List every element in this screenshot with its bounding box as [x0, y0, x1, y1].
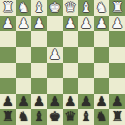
square-d3[interactable] [63, 31, 79, 47]
square-a1[interactable]: ♜ [109, 0, 125, 16]
square-c3[interactable] [78, 31, 94, 47]
white-pawn[interactable]: ♟ [33, 16, 45, 30]
square-c4[interactable] [78, 47, 94, 63]
white-bishop[interactable]: ♝ [33, 1, 45, 15]
square-g7[interactable]: ♟ [16, 94, 32, 110]
square-h6[interactable] [0, 78, 16, 94]
square-a5[interactable] [109, 63, 125, 79]
square-f5[interactable] [31, 63, 47, 79]
square-g8[interactable]: ♞ [16, 109, 32, 125]
white-pawn[interactable]: ♟ [2, 16, 14, 30]
black-pawn[interactable]: ♟ [111, 94, 123, 108]
black-rook[interactable]: ♜ [2, 110, 14, 124]
black-pawn[interactable]: ♟ [2, 94, 14, 108]
square-f3[interactable] [31, 31, 47, 47]
square-c2[interactable]: ♟ [78, 16, 94, 32]
white-pawn[interactable]: ♟ [64, 16, 76, 30]
white-knight[interactable]: ♞ [17, 1, 29, 15]
black-pawn[interactable]: ♟ [49, 94, 61, 108]
black-bishop[interactable]: ♝ [80, 110, 92, 124]
white-king[interactable]: ♚ [49, 1, 61, 15]
black-pawn[interactable]: ♟ [64, 94, 76, 108]
square-g1[interactable]: ♞ [16, 0, 32, 16]
square-e2[interactable] [47, 16, 63, 32]
square-b3[interactable] [94, 31, 110, 47]
white-pawn[interactable]: ♟ [111, 16, 123, 30]
square-c7[interactable]: ♟ [78, 94, 94, 110]
square-h5[interactable] [0, 63, 16, 79]
square-c6[interactable] [78, 78, 94, 94]
square-b4[interactable] [94, 47, 110, 63]
square-d7[interactable]: ♟ [63, 94, 79, 110]
square-c8[interactable]: ♝ [78, 109, 94, 125]
square-a6[interactable] [109, 78, 125, 94]
square-f8[interactable]: ♝ [31, 109, 47, 125]
square-h8[interactable]: ♜ [0, 109, 16, 125]
square-b5[interactable] [94, 63, 110, 79]
square-g5[interactable] [16, 63, 32, 79]
square-b7[interactable]: ♟ [94, 94, 110, 110]
white-pawn[interactable]: ♟ [96, 16, 108, 30]
square-g2[interactable]: ♟ [16, 16, 32, 32]
square-d5[interactable] [63, 63, 79, 79]
square-e4[interactable]: ♟ [47, 47, 63, 63]
square-g4[interactable] [16, 47, 32, 63]
square-f2[interactable]: ♟ [31, 16, 47, 32]
square-a2[interactable]: ♟ [109, 16, 125, 32]
white-rook[interactable]: ♜ [111, 1, 123, 15]
square-a3[interactable] [109, 31, 125, 47]
chess-board: ♜♞♝♚♛♝♞♜♟♟♟♟♟♟♟♟♟♟♟♟♟♟♟♟♜♞♝♚♛♝♞♜ [0, 0, 125, 125]
black-queen[interactable]: ♛ [64, 110, 76, 124]
square-a8[interactable]: ♜ [109, 109, 125, 125]
black-pawn[interactable]: ♟ [80, 94, 92, 108]
square-d6[interactable] [63, 78, 79, 94]
white-knight[interactable]: ♞ [96, 1, 108, 15]
square-b8[interactable]: ♞ [94, 109, 110, 125]
square-c1[interactable]: ♝ [78, 0, 94, 16]
square-f6[interactable] [31, 78, 47, 94]
black-bishop[interactable]: ♝ [33, 110, 45, 124]
square-b1[interactable]: ♞ [94, 0, 110, 16]
square-e8[interactable]: ♚ [47, 109, 63, 125]
square-h3[interactable] [0, 31, 16, 47]
black-pawn[interactable]: ♟ [17, 94, 29, 108]
square-b2[interactable]: ♟ [94, 16, 110, 32]
black-knight[interactable]: ♞ [96, 110, 108, 124]
square-e7[interactable]: ♟ [47, 94, 63, 110]
square-h7[interactable]: ♟ [0, 94, 16, 110]
square-f7[interactable]: ♟ [31, 94, 47, 110]
square-d2[interactable]: ♟ [63, 16, 79, 32]
square-e5[interactable] [47, 63, 63, 79]
white-rook[interactable]: ♜ [2, 1, 14, 15]
square-f1[interactable]: ♝ [31, 0, 47, 16]
square-d8[interactable]: ♛ [63, 109, 79, 125]
square-c5[interactable] [78, 63, 94, 79]
square-d1[interactable]: ♛ [63, 0, 79, 16]
white-queen[interactable]: ♛ [64, 1, 76, 15]
square-h4[interactable] [0, 47, 16, 63]
square-e6[interactable] [47, 78, 63, 94]
white-pawn[interactable]: ♟ [49, 47, 61, 61]
white-bishop[interactable]: ♝ [80, 1, 92, 15]
square-d4[interactable] [63, 47, 79, 63]
black-pawn[interactable]: ♟ [33, 94, 45, 108]
square-h2[interactable]: ♟ [0, 16, 16, 32]
white-pawn[interactable]: ♟ [80, 16, 92, 30]
black-king[interactable]: ♚ [49, 110, 61, 124]
black-rook[interactable]: ♜ [111, 110, 123, 124]
square-h1[interactable]: ♜ [0, 0, 16, 16]
square-a7[interactable]: ♟ [109, 94, 125, 110]
white-pawn[interactable]: ♟ [17, 16, 29, 30]
square-a4[interactable] [109, 47, 125, 63]
black-pawn[interactable]: ♟ [96, 94, 108, 108]
square-g6[interactable] [16, 78, 32, 94]
square-e1[interactable]: ♚ [47, 0, 63, 16]
square-g3[interactable] [16, 31, 32, 47]
square-e3[interactable] [47, 31, 63, 47]
square-f4[interactable] [31, 47, 47, 63]
square-b6[interactable] [94, 78, 110, 94]
black-knight[interactable]: ♞ [17, 110, 29, 124]
